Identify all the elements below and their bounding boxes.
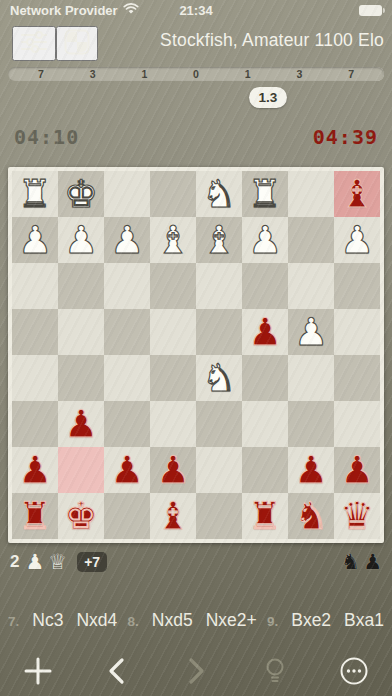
- white-pawn-captured-icon: ♟: [25, 549, 44, 575]
- eval-tick: 3: [90, 68, 96, 80]
- white-rook: ♜: [248, 171, 282, 217]
- white-rook: ♜: [18, 171, 52, 217]
- red-knight: ♞: [294, 493, 328, 539]
- square-a5[interactable]: [334, 355, 380, 401]
- opponent-title: Stockfish, Amateur 1100 Elo: [160, 30, 384, 51]
- square-a4[interactable]: [334, 309, 380, 355]
- back-button[interactable]: [97, 651, 137, 691]
- square-b5[interactable]: [288, 355, 334, 401]
- white-clock: 04:10: [14, 125, 79, 149]
- square-d7[interactable]: [196, 447, 242, 493]
- white-king: ♚: [64, 171, 98, 217]
- status-bar: Network Provider 21:34: [0, 0, 392, 20]
- move-white[interactable]: Bxe2: [291, 610, 331, 631]
- square-h6[interactable]: [12, 401, 58, 447]
- eval-tick: 7: [38, 68, 44, 80]
- red-pawn: ♟: [248, 309, 282, 355]
- square-f7[interactable]: ♟: [104, 447, 150, 493]
- square-c4[interactable]: ♟: [242, 309, 288, 355]
- square-f3[interactable]: [104, 263, 150, 309]
- square-b1[interactable]: [288, 171, 334, 217]
- square-e2[interactable]: ♝: [150, 217, 196, 263]
- square-d3[interactable]: [196, 263, 242, 309]
- white-pawn: ♟: [18, 217, 52, 263]
- square-e1[interactable]: [150, 171, 196, 217]
- white-captures-group: 2 ♟ ♕ +7: [10, 549, 107, 575]
- square-a8[interactable]: ♛: [334, 493, 380, 539]
- eval-tick: 3: [296, 68, 302, 80]
- square-a3[interactable]: [334, 263, 380, 309]
- move-white[interactable]: Nc3: [32, 610, 63, 631]
- square-b4[interactable]: ♟: [288, 309, 334, 355]
- square-b6[interactable]: [288, 401, 334, 447]
- add-button[interactable]: [18, 651, 58, 691]
- red-bishop: ♝: [340, 171, 374, 217]
- square-g6[interactable]: ♟: [58, 401, 104, 447]
- square-g1[interactable]: ♚: [58, 171, 104, 217]
- capture-count: 2: [10, 552, 19, 572]
- square-h7[interactable]: ♟: [12, 447, 58, 493]
- square-e5[interactable]: [150, 355, 196, 401]
- forward-button[interactable]: [176, 651, 216, 691]
- square-g5[interactable]: [58, 355, 104, 401]
- square-c8[interactable]: ♜: [242, 493, 288, 539]
- red-queen: ♛: [340, 493, 374, 539]
- clocks-row: 04:10 04:39: [14, 125, 378, 149]
- red-pawn: ♟: [110, 447, 144, 493]
- square-e6[interactable]: [150, 401, 196, 447]
- eval-value-badge: 1.3: [249, 87, 287, 108]
- square-b7[interactable]: ♟: [288, 447, 334, 493]
- white-bishop: ♝: [202, 217, 236, 263]
- more-options-button[interactable]: [334, 651, 374, 691]
- square-d4[interactable]: [196, 309, 242, 355]
- square-h5[interactable]: [12, 355, 58, 401]
- settings-button[interactable]: [12, 26, 56, 61]
- white-queen-captured-icon: ♕: [48, 549, 67, 575]
- square-h4[interactable]: [12, 309, 58, 355]
- bottom-toolbar: [0, 650, 392, 696]
- square-a7[interactable]: ♟: [334, 447, 380, 493]
- square-b8[interactable]: ♞: [288, 493, 334, 539]
- square-f8[interactable]: [104, 493, 150, 539]
- black-captures-group: ♞ ♟: [341, 549, 382, 575]
- battery-icon: [359, 5, 382, 16]
- square-g7[interactable]: [58, 447, 104, 493]
- eval-scale-bar: 7 3 1 0 1 3 7: [8, 67, 384, 81]
- white-bishop: ♝: [156, 217, 190, 263]
- square-g3[interactable]: [58, 263, 104, 309]
- red-rook: ♜: [18, 493, 52, 539]
- move-number: 7.: [8, 614, 19, 629]
- square-h1[interactable]: ♜: [12, 171, 58, 217]
- move-number: 8.: [128, 614, 139, 629]
- red-king: ♚: [64, 493, 98, 539]
- square-e3[interactable]: [150, 263, 196, 309]
- square-h8[interactable]: ♜: [12, 493, 58, 539]
- white-pawn: ♟: [248, 217, 282, 263]
- square-d1[interactable]: ♞: [196, 171, 242, 217]
- clock-status-time: 21:34: [0, 3, 392, 18]
- red-pawn: ♟: [64, 401, 98, 447]
- move-white[interactable]: Nxd5: [152, 610, 193, 631]
- square-d8[interactable]: [196, 493, 242, 539]
- square-h3[interactable]: [12, 263, 58, 309]
- square-a1[interactable]: ♝: [334, 171, 380, 217]
- white-pawn: ♟: [340, 217, 374, 263]
- square-f1[interactable]: [104, 171, 150, 217]
- square-a6[interactable]: [334, 401, 380, 447]
- square-c7[interactable]: [242, 447, 288, 493]
- square-b2[interactable]: [288, 217, 334, 263]
- chess-board: ♜♚♞♜♝♟♟♟♝♝♟♟♟♟♞♟♟♟♟♟♟♜♚♝♜♞♛: [12, 171, 380, 539]
- white-pawn: ♟: [294, 309, 328, 355]
- square-h2[interactable]: ♟: [12, 217, 58, 263]
- chess-board-frame: ♜♚♞♜♝♟♟♟♝♝♟♟♟♟♞♟♟♟♟♟♟♜♚♝♜♞♛: [8, 167, 384, 543]
- square-d6[interactable]: [196, 401, 242, 447]
- black-clock: 04:39: [313, 125, 378, 149]
- square-d5[interactable]: ♞: [196, 355, 242, 401]
- move-list: 7. Nc3 Nxd4 8. Nxd5 Nxe2+ 9. Bxe2 Bxa1: [8, 610, 384, 631]
- captured-pieces-tray: 2 ♟ ♕ +7 ♞ ♟: [10, 549, 382, 575]
- square-e8[interactable]: ♝: [150, 493, 196, 539]
- white-knight: ♞: [202, 171, 236, 217]
- square-f4[interactable]: [104, 309, 150, 355]
- move-black[interactable]: Bxa1: [344, 610, 384, 631]
- square-b3[interactable]: [288, 263, 334, 309]
- eval-tick: 7: [348, 68, 354, 80]
- move-black[interactable]: Nxd4: [76, 610, 117, 631]
- move-black[interactable]: Nxe2+: [206, 610, 257, 631]
- board-style-button[interactable]: [56, 26, 98, 61]
- square-g8[interactable]: ♚: [58, 493, 104, 539]
- square-c1[interactable]: ♜: [242, 171, 288, 217]
- eval-tick: 1: [245, 68, 251, 80]
- square-f2[interactable]: ♟: [104, 217, 150, 263]
- white-knight: ♞: [202, 355, 236, 401]
- square-e7[interactable]: ♟: [150, 447, 196, 493]
- move-number: 9.: [267, 614, 278, 629]
- square-e4[interactable]: [150, 309, 196, 355]
- square-g4[interactable]: [58, 309, 104, 355]
- red-pawn: ♟: [294, 447, 328, 493]
- material-advantage-badge: +7: [77, 552, 107, 572]
- eval-tick: 0: [193, 68, 199, 80]
- square-c6[interactable]: [242, 401, 288, 447]
- red-rook: ♜: [248, 493, 282, 539]
- eval-tick: 1: [141, 68, 147, 80]
- square-c3[interactable]: [242, 263, 288, 309]
- black-knight-captured-icon: ♞: [341, 549, 360, 575]
- red-pawn: ♟: [18, 447, 52, 493]
- white-pawn: ♟: [110, 217, 144, 263]
- header-toolbar: Stockfish, Amateur 1100 Elo: [0, 24, 392, 58]
- hint-lightbulb-button[interactable]: [255, 651, 295, 691]
- square-f5[interactable]: [104, 355, 150, 401]
- white-pawn: ♟: [64, 217, 98, 263]
- red-bishop: ♝: [156, 493, 190, 539]
- square-c2[interactable]: ♟: [242, 217, 288, 263]
- red-pawn: ♟: [156, 447, 190, 493]
- square-f6[interactable]: [104, 401, 150, 447]
- square-d2[interactable]: ♝: [196, 217, 242, 263]
- square-a2[interactable]: ♟: [334, 217, 380, 263]
- black-pawn-captured-icon: ♟: [363, 549, 382, 575]
- square-g2[interactable]: ♟: [58, 217, 104, 263]
- square-c5[interactable]: [242, 355, 288, 401]
- red-pawn: ♟: [340, 447, 374, 493]
